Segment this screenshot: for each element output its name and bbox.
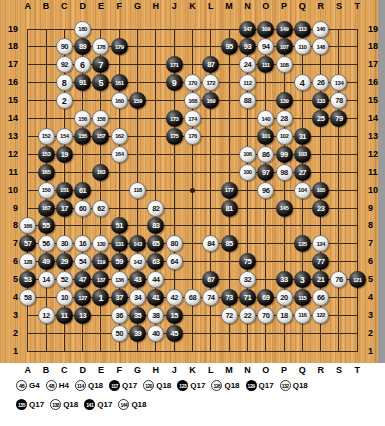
black-stone: 15 xyxy=(166,307,183,324)
caption-coordinate: Q18 xyxy=(156,381,171,390)
stone-number: 107 xyxy=(280,44,289,50)
white-stone: 116 xyxy=(294,307,311,324)
stone-number: 8 xyxy=(62,78,67,88)
stone-number: 29 xyxy=(61,257,68,266)
stone-number: 65 xyxy=(152,239,159,248)
stone-number: 100 xyxy=(243,169,252,175)
caption-white-stone: 46 xyxy=(16,380,27,391)
caption-black-stone: 141 xyxy=(84,399,95,410)
coord-right: 6 xyxy=(368,256,384,267)
coord-right: 3 xyxy=(368,310,384,321)
black-stone: 69 xyxy=(257,289,274,306)
coord-bottom: E xyxy=(92,365,110,376)
caption-move-number: 117 xyxy=(111,383,118,389)
stone-number: 162 xyxy=(115,133,124,139)
black-stone: 17 xyxy=(56,200,73,217)
white-stone: 110 xyxy=(294,38,311,55)
stone-number: 12 xyxy=(42,311,49,320)
stone-number: 38 xyxy=(152,311,159,320)
white-stone: 142 xyxy=(129,253,146,270)
white-stone: 136 xyxy=(111,271,128,288)
coord-bottom: B xyxy=(37,365,55,376)
stone-number: 142 xyxy=(133,259,142,265)
stone-number: 124 xyxy=(316,241,325,247)
stone-number: 71 xyxy=(244,293,251,302)
black-stone: 107 xyxy=(276,38,293,55)
white-stone: 152 xyxy=(38,128,55,145)
coord-top: N xyxy=(238,1,256,12)
stone-number: 137 xyxy=(97,277,106,283)
stone-number: 152 xyxy=(42,133,51,139)
stone-number: 10 xyxy=(61,293,68,302)
stone-number: 78 xyxy=(335,96,342,105)
black-stone: 43 xyxy=(129,271,146,288)
white-stone: 146 xyxy=(312,21,329,38)
stone-number: 171 xyxy=(170,62,179,68)
white-stone: 94 xyxy=(257,38,274,55)
black-stone: 165 xyxy=(38,164,55,181)
caption-white-stone: 144 xyxy=(118,399,129,410)
black-stone: 113 xyxy=(294,21,311,38)
stone-number: 24 xyxy=(244,60,251,69)
white-stone: 36 xyxy=(111,307,128,324)
white-stone: 44 xyxy=(147,271,164,288)
stone-number: 101 xyxy=(261,133,270,139)
caption-entry: 126Q18 xyxy=(211,380,239,391)
stone-number: 1 xyxy=(98,293,103,303)
coord-left: 18 xyxy=(2,41,18,52)
black-stone: 37 xyxy=(111,289,128,306)
stone-number: 15 xyxy=(171,311,178,320)
stone-number: 96 xyxy=(262,186,269,195)
stone-number: 98 xyxy=(280,168,287,177)
stone-number: 22 xyxy=(244,311,251,320)
white-stone: 150 xyxy=(38,182,55,199)
stone-number: 40 xyxy=(152,329,159,338)
caption-line-1: 46G448H4114Q18117Q17120Q18123Q17126Q1812… xyxy=(16,380,314,391)
coord-top: M xyxy=(220,1,238,12)
white-stone: 2 xyxy=(56,92,73,109)
stone-number: 83 xyxy=(152,221,159,230)
white-stone: 160 xyxy=(111,92,128,109)
black-stone: 99 xyxy=(276,146,293,163)
coord-left: 12 xyxy=(2,149,18,160)
black-stone: 61 xyxy=(74,182,91,199)
white-stone: 50 xyxy=(111,325,128,342)
stone-number: 57 xyxy=(24,239,31,248)
stone-number: 86 xyxy=(262,150,269,159)
stone-number: 49 xyxy=(42,257,49,266)
coord-bottom: A xyxy=(19,365,37,376)
stone-number: 53 xyxy=(24,275,31,284)
stone-number: 61 xyxy=(79,186,86,195)
black-stone: 47 xyxy=(74,271,91,288)
stone-number: 85 xyxy=(225,239,232,248)
white-stone: 176 xyxy=(184,128,201,145)
coord-bottom: P xyxy=(275,365,293,376)
coord-left: 1 xyxy=(2,346,18,357)
caption-move-number: 126 xyxy=(213,383,220,389)
coord-left: 10 xyxy=(2,185,18,196)
coord-left: 3 xyxy=(2,310,18,321)
caption-black-stone: 117 xyxy=(109,380,120,391)
coord-bottom: M xyxy=(220,365,238,376)
black-stone: 73 xyxy=(221,289,238,306)
stone-number: 169 xyxy=(207,98,216,104)
white-stone: 108 xyxy=(276,56,293,73)
black-stone: 139 xyxy=(276,92,293,109)
stone-number: 56 xyxy=(42,239,49,248)
stone-number: 109 xyxy=(261,26,270,32)
stone-number: 60 xyxy=(79,204,86,213)
coord-top: D xyxy=(74,1,92,12)
coord-left: 11 xyxy=(2,167,18,178)
coord-top: T xyxy=(348,1,366,12)
stone-number: 145 xyxy=(280,205,289,211)
stone-number: 73 xyxy=(225,293,232,302)
black-stone: 155 xyxy=(74,128,91,145)
stone-number: 115 xyxy=(298,295,306,301)
stone-number: 149 xyxy=(280,26,289,32)
black-stone: 171 xyxy=(166,56,183,73)
white-stone: 92 xyxy=(56,56,73,73)
coord-right: 13 xyxy=(368,131,384,142)
stone-number: 156 xyxy=(78,116,87,122)
coord-bottom: R xyxy=(312,365,330,376)
stone-number: 95 xyxy=(225,42,232,51)
stone-number: 66 xyxy=(317,293,324,302)
stone-number: 91 xyxy=(79,78,86,87)
white-stone: 174 xyxy=(184,110,201,127)
caption-entry: 129Q17 xyxy=(246,380,274,391)
black-stone: 131 xyxy=(111,235,128,252)
stone-number: 104 xyxy=(298,187,307,193)
white-stone: 54 xyxy=(74,253,91,270)
white-stone: 100 xyxy=(239,164,256,181)
stone-number: 42 xyxy=(171,293,178,302)
coord-top: C xyxy=(55,1,73,12)
stone-number: 151 xyxy=(60,187,69,193)
black-stone: 125 xyxy=(294,235,311,252)
stone-number: 19 xyxy=(61,150,68,159)
black-stone: 45 xyxy=(166,325,183,342)
caption-line-2: 135Q17138Q18141Q17144Q18 xyxy=(16,399,153,410)
black-stone: 79 xyxy=(330,110,347,127)
white-stone: 56 xyxy=(38,235,55,252)
black-stone: 153 xyxy=(38,146,55,163)
stone-number: 6 xyxy=(80,60,85,70)
stone-number: 167 xyxy=(42,205,51,211)
coord-right: 14 xyxy=(368,113,384,124)
stone-number: 35 xyxy=(134,311,141,320)
black-stone: 41 xyxy=(147,289,164,306)
stone-number: 99 xyxy=(280,150,287,159)
black-stone: 121 xyxy=(349,271,366,288)
stone-number: 88 xyxy=(244,96,251,105)
black-stone: 53 xyxy=(19,271,36,288)
caption-coordinate: Q18 xyxy=(88,381,103,390)
stone-number: 106 xyxy=(243,151,252,157)
black-stone: 147 xyxy=(239,21,256,38)
caption-entry: 138Q18 xyxy=(50,399,78,410)
white-stone: 104 xyxy=(294,182,311,199)
stone-number: 63 xyxy=(152,257,159,266)
caption-entry: 132Q18 xyxy=(280,380,308,391)
stone-number: 25 xyxy=(317,114,324,123)
caption-black-stone: 123 xyxy=(177,380,188,391)
white-stone: 8 xyxy=(56,74,73,91)
white-stone: 18 xyxy=(276,307,293,324)
white-stone: 20 xyxy=(276,289,293,306)
white-stone: 76 xyxy=(330,271,347,288)
stone-number: 97 xyxy=(262,168,269,177)
coord-left: 8 xyxy=(2,220,18,231)
stone-number: 9 xyxy=(172,78,177,88)
white-stone: 106 xyxy=(239,146,256,163)
caption-entry: 114Q18 xyxy=(75,380,103,391)
grid-vline xyxy=(357,29,358,352)
stone-number: 31 xyxy=(299,132,306,141)
coord-bottom: F xyxy=(110,365,128,376)
coord-right: 9 xyxy=(368,203,384,214)
black-stone: 49 xyxy=(38,253,55,270)
stone-number: 170 xyxy=(188,80,197,86)
black-stone: 163 xyxy=(92,164,109,181)
stone-number: 148 xyxy=(316,44,325,50)
caption-move-number: 135 xyxy=(18,402,25,408)
stone-number: 39 xyxy=(134,329,141,338)
white-stone: 128 xyxy=(19,253,36,270)
stone-number: 17 xyxy=(61,204,68,213)
stone-number: 26 xyxy=(317,78,324,87)
stone-number: 89 xyxy=(79,42,86,51)
black-stone: 87 xyxy=(202,56,219,73)
black-stone: 81 xyxy=(221,200,238,217)
coord-left: 7 xyxy=(2,238,18,249)
stone-number: 165 xyxy=(42,169,51,175)
white-stone: 122 xyxy=(312,307,329,324)
coord-right: 4 xyxy=(368,292,384,303)
stone-number: 36 xyxy=(116,311,123,320)
coord-right: 1 xyxy=(368,346,384,357)
white-stone: 78 xyxy=(330,92,347,109)
stone-number: 77 xyxy=(317,257,324,266)
grid-hline xyxy=(27,333,358,334)
stone-number: 180 xyxy=(78,26,87,32)
stone-number: 68 xyxy=(189,293,196,302)
coord-left: 9 xyxy=(2,203,18,214)
white-stone: 124 xyxy=(312,235,329,252)
stone-number: 131 xyxy=(115,241,124,247)
caption-white-stone: 120 xyxy=(143,380,154,391)
coord-left: 4 xyxy=(2,292,18,303)
coord-left: 2 xyxy=(2,328,18,339)
white-stone: 166 xyxy=(19,217,36,234)
stone-number: 163 xyxy=(97,169,106,175)
caption-coordinate: Q17 xyxy=(122,381,137,390)
coord-left: 16 xyxy=(2,77,18,88)
white-stone: 178 xyxy=(92,38,109,55)
black-stone: 151 xyxy=(56,182,73,199)
black-stone: 31 xyxy=(294,128,311,145)
black-stone: 67 xyxy=(202,271,219,288)
white-stone: 170 xyxy=(184,74,201,91)
white-stone: 88 xyxy=(239,92,256,109)
stone-number: 34 xyxy=(134,293,141,302)
coord-right: 18 xyxy=(368,41,384,52)
caption-white-stone: 48 xyxy=(46,380,57,391)
black-stone: 161 xyxy=(111,74,128,91)
coord-right: 2 xyxy=(368,328,384,339)
black-stone: 105 xyxy=(312,182,329,199)
caption-move-number: 132 xyxy=(282,383,289,389)
caption-entry: 123Q17 xyxy=(177,380,205,391)
stone-number: 3 xyxy=(300,275,305,285)
go-game-diagram: 1234567891011121314151617181920212223242… xyxy=(0,0,385,426)
caption-white-stone: 132 xyxy=(280,380,291,391)
black-stone: 93 xyxy=(239,38,256,55)
stone-number: 90 xyxy=(61,42,68,51)
black-stone: 173 xyxy=(166,110,183,127)
black-stone: 103 xyxy=(294,146,311,163)
caption-coordinate: Q17 xyxy=(259,381,274,390)
white-stone: 82 xyxy=(147,200,164,217)
coord-right: 10 xyxy=(368,185,384,196)
stone-number: 75 xyxy=(244,257,251,266)
stone-number: 50 xyxy=(116,329,123,338)
white-stone: 168 xyxy=(184,92,201,109)
coord-top: B xyxy=(37,1,55,12)
caption-coordinate: H4 xyxy=(59,381,69,390)
white-stone: 42 xyxy=(166,289,183,306)
stone-number: 44 xyxy=(152,275,159,284)
stone-number: 84 xyxy=(207,239,214,248)
stone-number: 27 xyxy=(299,168,306,177)
black-stone: 111 xyxy=(257,56,274,73)
stone-number: 119 xyxy=(97,259,105,265)
black-stone: 13 xyxy=(74,307,91,324)
black-stone: 11 xyxy=(56,307,73,324)
caption-entry: 141Q17 xyxy=(84,399,112,410)
caption-coordinate: Q18 xyxy=(224,381,239,390)
stone-number: 43 xyxy=(134,275,141,284)
black-stone: 1 xyxy=(92,289,109,306)
white-stone: 70 xyxy=(257,307,274,324)
black-stone: 143 xyxy=(129,235,146,252)
grid-hline xyxy=(27,351,358,352)
black-stone: 35 xyxy=(129,307,146,324)
stone-number: 16 xyxy=(79,239,86,248)
coord-bottom: Q xyxy=(293,365,311,376)
stone-number: 161 xyxy=(115,80,124,86)
coord-right: 17 xyxy=(368,59,384,70)
coord-right: 7 xyxy=(368,238,384,249)
caption-entry: 120Q18 xyxy=(143,380,171,391)
white-stone: 12 xyxy=(38,307,55,324)
stone-number: 153 xyxy=(42,151,51,157)
black-stone: 59 xyxy=(111,253,128,270)
stone-number: 70 xyxy=(262,311,269,320)
black-stone: 21 xyxy=(312,271,329,288)
stone-number: 37 xyxy=(116,293,123,302)
stone-number: 128 xyxy=(23,259,32,265)
stone-number: 79 xyxy=(335,114,342,123)
white-stone: 24 xyxy=(239,56,256,73)
black-stone: 91 xyxy=(74,74,91,91)
coord-top: L xyxy=(202,1,220,12)
stone-number: 121 xyxy=(353,277,362,283)
white-stone: 102 xyxy=(276,128,293,145)
white-stone: 172 xyxy=(202,74,219,91)
black-stone: 179 xyxy=(111,38,128,55)
coord-bottom: D xyxy=(74,365,92,376)
white-stone: 4 xyxy=(294,74,311,91)
stone-number: 102 xyxy=(280,133,289,139)
caption-entry: 48H4 xyxy=(46,380,69,391)
stone-number: 133 xyxy=(316,98,325,104)
caption-coordinate: G4 xyxy=(29,381,40,390)
caption-entry: 117Q17 xyxy=(109,380,137,391)
white-stone: 26 xyxy=(312,74,329,91)
coord-left: 19 xyxy=(2,24,18,35)
caption-move-number: 46 xyxy=(19,383,25,389)
stone-number: 93 xyxy=(244,42,251,51)
coord-right: 15 xyxy=(368,95,384,106)
stone-number: 174 xyxy=(188,116,197,122)
coord-right: 11 xyxy=(368,167,384,178)
coord-bottom: H xyxy=(147,365,165,376)
stone-number: 110 xyxy=(298,44,306,50)
caption-move-number: 141 xyxy=(86,402,93,408)
stone-number: 32 xyxy=(244,275,251,284)
stone-number: 166 xyxy=(23,223,32,229)
white-stone: 40 xyxy=(147,325,164,342)
stone-number: 118 xyxy=(133,187,141,193)
coord-right: 8 xyxy=(368,220,384,231)
black-stone: 39 xyxy=(129,325,146,342)
stone-number: 4 xyxy=(300,78,305,88)
black-stone: 177 xyxy=(221,182,238,199)
stone-number: 168 xyxy=(188,98,197,104)
coord-right: 5 xyxy=(368,274,384,285)
white-stone: 72 xyxy=(221,307,238,324)
black-stone: 65 xyxy=(147,235,164,252)
stone-number: 111 xyxy=(262,62,270,68)
black-stone: 9 xyxy=(166,74,183,91)
white-stone: 52 xyxy=(56,271,73,288)
stone-number: 94 xyxy=(262,42,269,51)
stone-number: 105 xyxy=(316,187,325,193)
coord-top: E xyxy=(92,1,110,12)
stone-number: 157 xyxy=(97,133,106,139)
caption-coordinate: Q17 xyxy=(190,381,205,390)
stone-number: 159 xyxy=(133,98,142,104)
white-stone: 60 xyxy=(74,200,91,217)
stone-number: 67 xyxy=(207,275,214,284)
stone-number: 103 xyxy=(298,151,307,157)
stone-number: 177 xyxy=(225,187,234,193)
caption-entry: 135Q17 xyxy=(16,399,44,410)
black-stone: 149 xyxy=(276,21,293,38)
coord-top: O xyxy=(257,1,275,12)
caption-move-number: 123 xyxy=(179,383,186,389)
stone-number: 62 xyxy=(97,204,104,213)
caption-move-number: 48 xyxy=(48,383,54,389)
coord-top: R xyxy=(312,1,330,12)
black-stone: 115 xyxy=(294,289,311,306)
black-stone: 5 xyxy=(92,74,109,91)
stone-number: 80 xyxy=(171,239,178,248)
